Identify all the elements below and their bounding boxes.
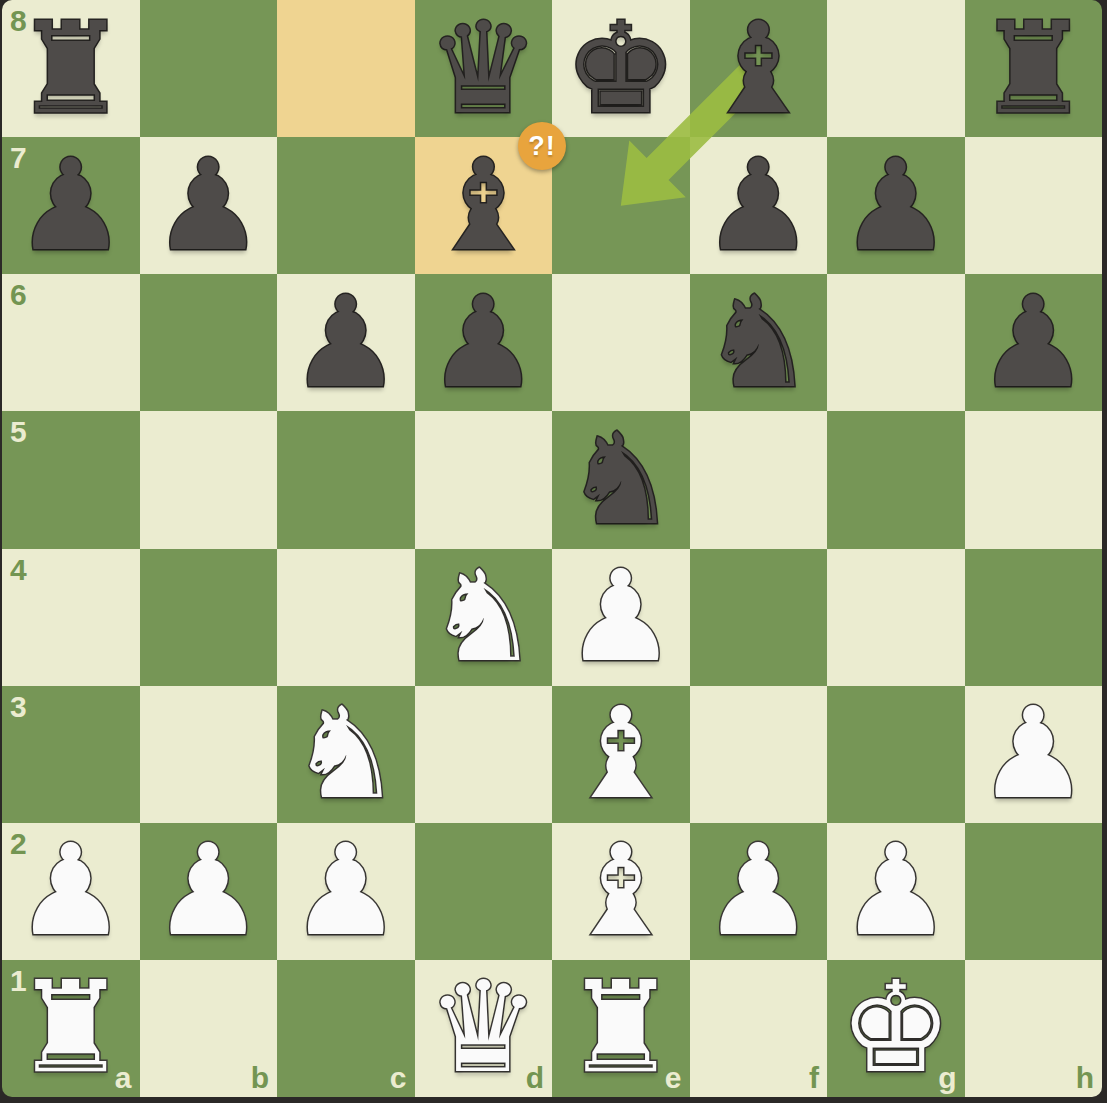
square-f3[interactable] [690, 686, 828, 823]
square-f4[interactable] [690, 549, 828, 686]
square-d5[interactable] [415, 411, 553, 548]
square-a6[interactable]: 6 [2, 274, 140, 411]
piece-black-bishop-f8[interactable]: ♝ [690, 0, 828, 137]
square-e6[interactable] [552, 274, 690, 411]
piece-white-pawn-a2[interactable]: ♟ [2, 823, 140, 960]
square-b8[interactable] [140, 0, 278, 137]
piece-white-knight-c3[interactable]: ♞ [277, 686, 415, 823]
piece-white-bishop-e2[interactable]: ♝ [552, 823, 690, 960]
square-c5[interactable] [277, 411, 415, 548]
square-c8[interactable] [277, 0, 415, 137]
piece-white-pawn-f2[interactable]: ♟ [690, 823, 828, 960]
piece-black-rook-a8[interactable]: ♜ [2, 0, 140, 137]
square-h7[interactable] [965, 137, 1103, 274]
piece-white-king-g1[interactable]: ♚ [827, 960, 965, 1097]
piece-white-rook-e1[interactable]: ♜ [552, 960, 690, 1097]
piece-white-pawn-e4[interactable]: ♟ [552, 549, 690, 686]
square-f1[interactable]: f [690, 960, 828, 1097]
square-c4[interactable] [277, 549, 415, 686]
piece-white-bishop-e3[interactable]: ♝ [552, 686, 690, 823]
square-d3[interactable] [415, 686, 553, 823]
square-f5[interactable] [690, 411, 828, 548]
square-b4[interactable] [140, 549, 278, 686]
square-g3[interactable] [827, 686, 965, 823]
square-c7[interactable] [277, 137, 415, 274]
square-b6[interactable] [140, 274, 278, 411]
piece-white-pawn-g2[interactable]: ♟ [827, 823, 965, 960]
square-g5[interactable] [827, 411, 965, 548]
square-b1[interactable]: b [140, 960, 278, 1097]
piece-black-knight-f6[interactable]: ♞ [690, 274, 828, 411]
piece-white-rook-a1[interactable]: ♜ [2, 960, 140, 1097]
square-g4[interactable] [827, 549, 965, 686]
piece-white-pawn-c2[interactable]: ♟ [277, 823, 415, 960]
square-e7[interactable] [552, 137, 690, 274]
piece-black-rook-h8[interactable]: ♜ [965, 0, 1103, 137]
move-classification-badge: ?! [518, 122, 566, 170]
piece-white-pawn-h3[interactable]: ♟ [965, 686, 1103, 823]
square-g8[interactable] [827, 0, 965, 137]
square-h2[interactable] [965, 823, 1103, 960]
piece-white-queen-d1[interactable]: ♛ [415, 960, 553, 1097]
file-label-c: c [390, 1063, 407, 1093]
piece-black-queen-d8[interactable]: ♛ [415, 0, 553, 137]
square-b5[interactable] [140, 411, 278, 548]
square-a5[interactable]: 5 [2, 411, 140, 548]
piece-black-pawn-d6[interactable]: ♟ [415, 274, 553, 411]
piece-black-pawn-h6[interactable]: ♟ [965, 274, 1103, 411]
piece-white-pawn-b2[interactable]: ♟ [140, 823, 278, 960]
square-a3[interactable]: 3 [2, 686, 140, 823]
piece-black-pawn-f7[interactable]: ♟ [690, 137, 828, 274]
rank-label-3: 3 [10, 692, 27, 722]
chess-board: 87654321abcdefgh ♜♛♚♝♜♟♟♝♟♟♟♟♞♟♞♞♟♞♝♟♟♟♟… [2, 0, 1102, 1097]
piece-black-knight-e5[interactable]: ♞ [552, 411, 690, 548]
square-b3[interactable] [140, 686, 278, 823]
rank-label-5: 5 [10, 417, 27, 447]
piece-black-pawn-g7[interactable]: ♟ [827, 137, 965, 274]
square-h4[interactable] [965, 549, 1103, 686]
piece-black-pawn-b7[interactable]: ♟ [140, 137, 278, 274]
square-h1[interactable]: h [965, 960, 1103, 1097]
rank-label-4: 4 [10, 555, 27, 585]
square-d2[interactable] [415, 823, 553, 960]
piece-black-pawn-c6[interactable]: ♟ [277, 274, 415, 411]
file-label-f: f [809, 1063, 819, 1093]
piece-black-king-e8[interactable]: ♚ [552, 0, 690, 137]
file-label-b: b [251, 1063, 269, 1093]
square-a4[interactable]: 4 [2, 549, 140, 686]
square-h5[interactable] [965, 411, 1103, 548]
file-label-h: h [1076, 1063, 1094, 1093]
square-g6[interactable] [827, 274, 965, 411]
square-c1[interactable]: c [277, 960, 415, 1097]
piece-black-pawn-a7[interactable]: ♟ [2, 137, 140, 274]
rank-label-6: 6 [10, 280, 27, 310]
piece-white-knight-d4[interactable]: ♞ [415, 549, 553, 686]
